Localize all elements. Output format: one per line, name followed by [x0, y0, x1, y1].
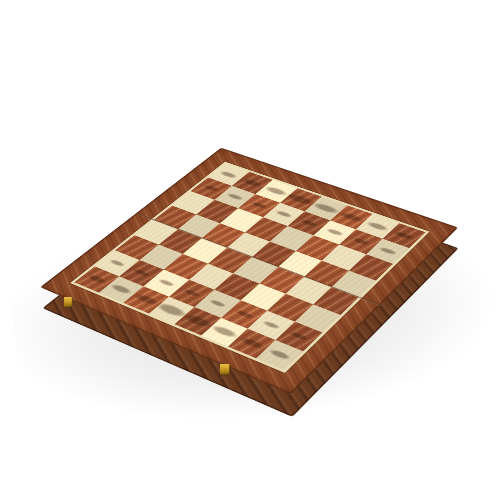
piece-contact-shadow — [299, 218, 319, 227]
square-a3 — [349, 254, 393, 280]
camera-tilt-wrapper: ♜♞♝♚♛♝♞♜♟♟♟♟♟♟♟♟♟♟♟♟♟♟♟♟♜♞♝♚♛♝♞♜ — [0, 0, 500, 500]
piece-contact-shadow — [274, 209, 294, 218]
product-photo: ♜♞♝♚♛♝♞♜♟♟♟♟♟♟♟♟♟♟♟♟♟♟♟♟♜♞♝♚♛♝♞♜ — [0, 0, 500, 500]
piece-contact-shadow — [202, 184, 221, 193]
piece-contact-shadow — [324, 227, 345, 237]
piece-contact-shadow — [225, 192, 245, 201]
piece-black-rook: ♜ — [239, 302, 320, 359]
piece-contact-shadow — [240, 177, 265, 188]
piece-contact-shadow — [218, 170, 240, 180]
perspective-container: ♜♞♝♚♛♝♞♜♟♟♟♟♟♟♟♟♟♟♟♟♟♟♟♟♜♞♝♚♛♝♞♜ — [92, 97, 412, 417]
piece-contact-shadow — [249, 201, 269, 210]
square-b4 — [304, 260, 349, 286]
piece-white-pawn: ♟ — [350, 209, 425, 254]
